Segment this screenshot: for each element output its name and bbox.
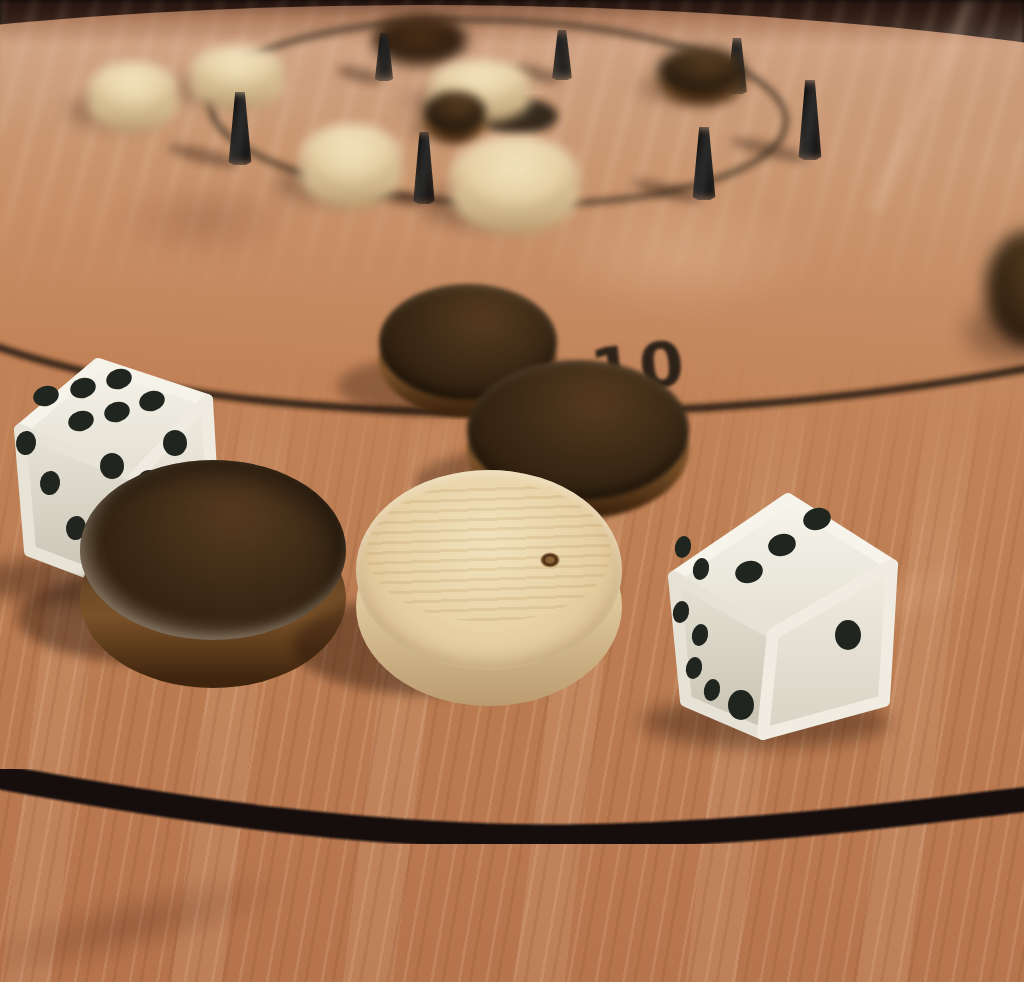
disc-top-face <box>356 470 622 670</box>
wood-knot <box>537 550 563 570</box>
die-2[interactable] <box>660 490 905 745</box>
wood-grain-lines <box>367 482 612 622</box>
die-pip <box>673 535 693 560</box>
die-pip <box>728 690 754 720</box>
die-pip <box>835 620 861 650</box>
disc-natural[interactable] <box>356 470 622 706</box>
foreground-pieces-layer <box>0 0 1024 982</box>
disc-top-face <box>80 460 346 640</box>
crokinole-photo-scene: 10 <box>0 0 1024 982</box>
die-pip <box>163 430 187 456</box>
